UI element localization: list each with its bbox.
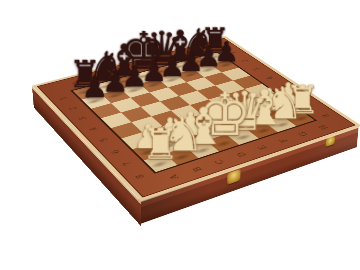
- rook-glyph: ♜: [123, 123, 199, 166]
- chess-set-photo: 12345678 12345678 ABCDEFGH ABCDEFGH ♜♞♝♚…: [0, 0, 360, 270]
- brass-latch: [227, 169, 240, 185]
- chess-board: 12345678 12345678 ABCDEFGH ABCDEFGH ♜♞♝♚…: [32, 36, 360, 201]
- brass-hinge: [326, 136, 336, 147]
- scene-3d: 12345678 12345678 ABCDEFGH ABCDEFGH ♜♞♝♚…: [0, 0, 360, 270]
